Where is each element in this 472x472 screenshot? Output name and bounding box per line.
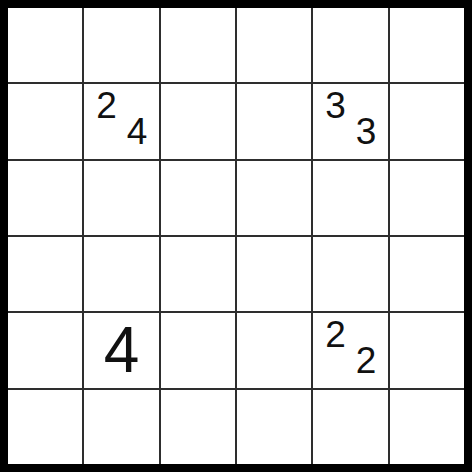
- cell-r1c6[interactable]: [390, 8, 464, 82]
- cell-r6c5[interactable]: [313, 390, 387, 464]
- cell-r3c4[interactable]: [237, 161, 311, 235]
- clue-value-2: 3: [356, 113, 377, 150]
- tapa-board: 2433422: [0, 0, 472, 472]
- cell-r5c5: 22: [313, 313, 387, 387]
- clue-value-2: 2: [356, 342, 377, 379]
- cell-r2c1[interactable]: [8, 84, 82, 158]
- cell-r6c3[interactable]: [161, 390, 235, 464]
- clue-value-1: 2: [96, 87, 117, 124]
- cell-r2c6[interactable]: [390, 84, 464, 158]
- clue-value: 4: [104, 318, 140, 382]
- clue-value-2: 4: [127, 113, 148, 150]
- cell-r4c6[interactable]: [390, 237, 464, 311]
- cell-r5c4[interactable]: [237, 313, 311, 387]
- cell-r5c6[interactable]: [390, 313, 464, 387]
- cell-r1c5[interactable]: [313, 8, 387, 82]
- cell-r2c3[interactable]: [161, 84, 235, 158]
- cell-r4c4[interactable]: [237, 237, 311, 311]
- cell-r4c2[interactable]: [84, 237, 158, 311]
- cell-r4c1[interactable]: [8, 237, 82, 311]
- cell-r6c4[interactable]: [237, 390, 311, 464]
- cell-r6c1[interactable]: [8, 390, 82, 464]
- cell-r3c3[interactable]: [161, 161, 235, 235]
- cell-r1c2[interactable]: [84, 8, 158, 82]
- cell-r4c3[interactable]: [161, 237, 235, 311]
- clue-value-1: 3: [325, 87, 346, 124]
- cell-r3c1[interactable]: [8, 161, 82, 235]
- cell-r1c1[interactable]: [8, 8, 82, 82]
- puzzle-grid: 2433422: [8, 8, 464, 464]
- cell-r5c3[interactable]: [161, 313, 235, 387]
- cell-r6c2[interactable]: [84, 390, 158, 464]
- cell-r5c2: 4: [84, 313, 158, 387]
- cell-r5c1[interactable]: [8, 313, 82, 387]
- cell-r1c3[interactable]: [161, 8, 235, 82]
- cell-r2c5: 33: [313, 84, 387, 158]
- cell-r2c4[interactable]: [237, 84, 311, 158]
- cell-r6c6[interactable]: [390, 390, 464, 464]
- cell-r2c2: 24: [84, 84, 158, 158]
- cell-r3c2[interactable]: [84, 161, 158, 235]
- cell-r1c4[interactable]: [237, 8, 311, 82]
- cell-r4c5[interactable]: [313, 237, 387, 311]
- clue-value-1: 2: [325, 316, 346, 353]
- cell-r3c5[interactable]: [313, 161, 387, 235]
- cell-r3c6[interactable]: [390, 161, 464, 235]
